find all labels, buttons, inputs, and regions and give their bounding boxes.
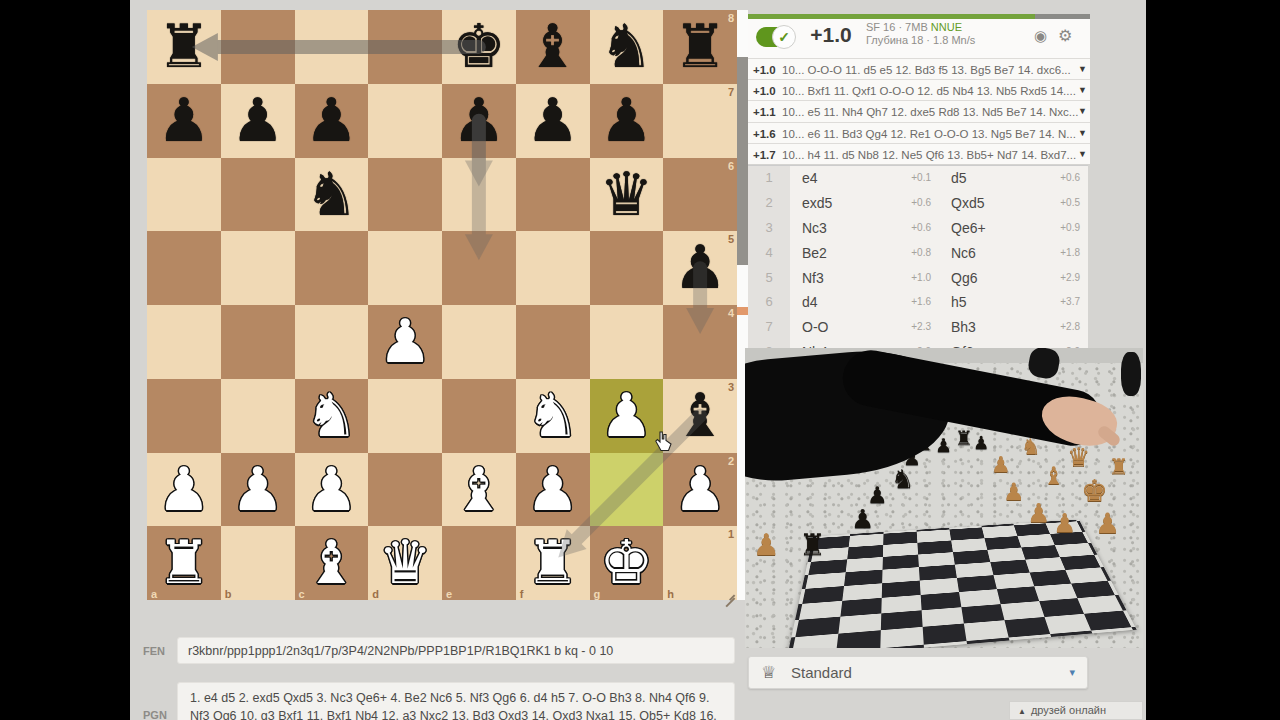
friends-online-bar[interactable]: ▲друзей онлайн <box>1009 701 1143 720</box>
board-square-e3[interactable] <box>442 379 516 453</box>
photo-wooden-piece: ♟ <box>1027 500 1050 526</box>
white-pawn-h2[interactable]: ♟ <box>663 453 737 527</box>
triangle-up-icon: ▲ <box>1018 707 1026 716</box>
fen-input[interactable] <box>177 637 735 664</box>
board-square-b2[interactable]: ♟ <box>221 453 295 527</box>
white-rook-f1[interactable]: ♜ <box>516 526 590 600</box>
board-square-f5[interactable] <box>516 231 590 305</box>
expand-icon[interactable]: ▼ <box>1078 123 1087 143</box>
black-knight-g8[interactable]: ♞ <box>590 10 664 84</box>
board-square-c2[interactable]: ♟ <box>295 453 369 527</box>
white-pawn-b2[interactable]: ♟ <box>221 453 295 527</box>
rank-label-2: 2 <box>728 455 734 467</box>
white-pawn-c2[interactable]: ♟ <box>295 453 369 527</box>
photo-wooden-piece: ♟ <box>753 530 780 560</box>
board-square-e6[interactable] <box>442 158 516 232</box>
line-eval: +1.7 <box>748 145 782 164</box>
black-pawn-c7[interactable]: ♟ <box>295 84 369 158</box>
board-square-g8[interactable]: ♞ <box>590 10 664 84</box>
board-square-a3[interactable] <box>147 379 221 453</box>
white-rook-a1[interactable]: ♜ <box>147 526 221 600</box>
board-square-f4[interactable] <box>516 305 590 379</box>
move-number: 6 <box>748 290 790 315</box>
black-pawn-h5[interactable]: ♟ <box>663 231 737 305</box>
board-square-a7[interactable]: ♟ <box>147 84 221 158</box>
rank-label-3: 3 <box>728 381 734 393</box>
board-square-f3[interactable]: ♞ <box>516 379 590 453</box>
board-square-e2[interactable]: ♝ <box>442 453 516 527</box>
engine-line-4[interactable]: +1.610... e6 11. Bd3 Qg4 12. Re1 O-O-O 1… <box>748 122 1090 143</box>
board-square-g5[interactable] <box>590 231 664 305</box>
variant-select[interactable]: ♕ Standard ▾ <box>748 656 1088 689</box>
board-square-f1[interactable]: ♜f <box>516 526 590 600</box>
black-move[interactable]: Qxd5+0.5 <box>939 191 1088 216</box>
board-square-b1[interactable]: b <box>221 526 295 600</box>
move-row-5: 5 Nf3+1.0 Qg6+2.9 <box>748 266 1088 291</box>
board-square-c1[interactable]: ♝c <box>295 526 369 600</box>
engine-eval: +1.0 <box>800 23 862 47</box>
photo-black-piece: ♜ <box>955 428 973 448</box>
engine-line-1[interactable]: +1.010... O-O-O 11. d5 e5 12. Bd3 f5 13.… <box>748 58 1090 79</box>
black-pawn-a7[interactable]: ♟ <box>147 84 221 158</box>
move-number: 7 <box>748 315 790 340</box>
board-square-c6[interactable]: ♞ <box>295 158 369 232</box>
board-square-h2[interactable]: ♟2 <box>663 453 737 527</box>
line-moves: 10... O-O-O 11. d5 e5 12. Bd3 f5 13. Bg5… <box>782 64 1071 76</box>
board-square-f7[interactable]: ♟ <box>516 84 590 158</box>
line-eval: +1.1 <box>748 102 782 121</box>
board-square-d2[interactable] <box>368 453 442 527</box>
engine-line-2[interactable]: +1.010... Bxf1 11. Qxf1 O-O-O 12. d5 Nb4… <box>748 79 1090 100</box>
photo-black-piece: ♜ <box>799 530 826 560</box>
board-square-d7[interactable] <box>368 84 442 158</box>
board-square-e4[interactable] <box>442 305 516 379</box>
move-number: 4 <box>748 241 790 266</box>
board-square-g2[interactable] <box>590 453 664 527</box>
line-moves: 10... h4 11. d5 Nb8 12. Ne5 Qf6 13. Bb5+… <box>782 149 1076 161</box>
focus-icon[interactable]: ◉ <box>1034 27 1047 45</box>
photo-wooden-piece: ♛ <box>1067 444 1090 470</box>
black-move[interactable]: Qg6+2.9 <box>939 266 1088 291</box>
board-square-a6[interactable] <box>147 158 221 232</box>
gear-icon[interactable]: ⚙ <box>1058 26 1072 45</box>
black-move[interactable]: h5+3.7 <box>939 290 1088 315</box>
file-label-d: d <box>372 588 379 600</box>
engine-depth: Глубина 18 · 1.8 Mn/s <box>866 34 975 47</box>
file-label-e: e <box>446 588 452 600</box>
page-content: ♜♚♝♞♜8♟♟♟♟♟♟7♞♛6♟5♟4♞♞♟♝3♟♟♟♝♟♟2♜ab♝c♛de… <box>130 0 1146 720</box>
white-pawn-f2[interactable]: ♟ <box>516 453 590 527</box>
board-square-h8[interactable]: ♜8 <box>663 10 737 84</box>
black-pawn-f7[interactable]: ♟ <box>516 84 590 158</box>
move-list: 1 e4+0.1 d5+0.62 exd5+0.6 Qxd5+0.53 Nc3+… <box>748 165 1088 365</box>
scrollbar-marker <box>737 307 748 315</box>
engine-info: SF 16 · 7MB NNUE Глубина 18 · 1.8 Mn/s <box>866 21 975 47</box>
board-square-f2[interactable]: ♟ <box>516 453 590 527</box>
board-square-d1[interactable]: ♛d <box>368 526 442 600</box>
white-knight-f3[interactable]: ♞ <box>516 379 590 453</box>
board-square-b6[interactable] <box>221 158 295 232</box>
rank-label-5: 5 <box>728 233 734 245</box>
line-eval: +1.6 <box>748 124 782 143</box>
scrollbar-thumb[interactable] <box>737 57 748 265</box>
move-row-7: 7 O-O+2.3 Bh3+2.8 <box>748 315 1088 340</box>
black-bishop-h3[interactable]: ♝ <box>663 379 737 453</box>
board-square-d5[interactable] <box>368 231 442 305</box>
chess-board[interactable]: ♜♚♝♞♜8♟♟♟♟♟♟7♞♛6♟5♟4♞♞♟♝3♟♟♟♝♟♟2♜ab♝c♛de… <box>147 10 737 600</box>
board-square-d3[interactable] <box>368 379 442 453</box>
line-eval: +1.0 <box>748 81 782 100</box>
black-pawn-g7[interactable]: ♟ <box>590 84 664 158</box>
photo-chessboard <box>787 520 1137 648</box>
move-row-1: 1 e4+0.1 d5+0.6 <box>748 166 1088 191</box>
board-square-b4[interactable] <box>221 305 295 379</box>
engine-line-3[interactable]: +1.110... e5 11. Nh4 Qh7 12. dxe5 Rd8 13… <box>748 100 1090 121</box>
board-square-g6[interactable]: ♛ <box>590 158 664 232</box>
file-label-b: b <box>225 588 232 600</box>
black-knight-c6[interactable]: ♞ <box>295 158 369 232</box>
engine-panel: ✓ +1.0 SF 16 · 7MB NNUE Глубина 18 · 1.8… <box>748 14 1090 58</box>
last-move-highlight <box>590 453 664 527</box>
board-square-a4[interactable] <box>147 305 221 379</box>
toggle-check-icon: ✓ <box>772 25 796 49</box>
black-pawn-b7[interactable]: ♟ <box>221 84 295 158</box>
board-square-e8[interactable]: ♚ <box>442 10 516 84</box>
board-square-h5[interactable]: ♟5 <box>663 231 737 305</box>
board-resize-handle[interactable] <box>723 586 735 598</box>
black-rook-a8[interactable]: ♜ <box>147 10 221 84</box>
black-pawn-e7[interactable]: ♟ <box>442 84 516 158</box>
photo-black-piece: ♟ <box>867 484 888 507</box>
move-number: 3 <box>748 216 790 241</box>
rank-label-8: 8 <box>728 12 734 24</box>
board-square-g7[interactable]: ♟ <box>590 84 664 158</box>
white-move[interactable]: e4+0.1 <box>790 166 939 191</box>
board-square-d4[interactable]: ♟ <box>368 305 442 379</box>
black-bishop-f8[interactable]: ♝ <box>516 10 590 84</box>
board-square-h3[interactable]: ♝3 <box>663 379 737 453</box>
friends-online-label: друзей онлайн <box>1031 704 1106 716</box>
board-square-c4[interactable] <box>295 305 369 379</box>
white-king-g1[interactable]: ♚ <box>590 526 664 600</box>
webcam-overlay: ♜♟♟♞♟♟♝♟♜♟♟♟♟♞♟♝♟♛♚♟♜♝ <box>745 348 1143 648</box>
photo-wooden-piece: ♟ <box>991 454 1011 476</box>
move-number: 5 <box>748 266 790 291</box>
line-moves: 10... e6 11. Bd3 Qg4 12. Re1 O-O-O 13. N… <box>782 128 1076 140</box>
hand-cursor-icon <box>653 430 673 454</box>
chevron-down-icon: ▾ <box>1069 666 1075 679</box>
board-square-h6[interactable]: 6 <box>663 158 737 232</box>
white-queen-d1[interactable]: ♛ <box>368 526 442 600</box>
photo-wooden-piece: ♚ <box>1081 476 1108 506</box>
crown-icon: ♕ <box>761 662 776 682</box>
file-label-h: h <box>667 588 674 600</box>
board-square-h4[interactable]: 4 <box>663 305 737 379</box>
pgn-label: PGN <box>143 709 167 720</box>
board-square-e7[interactable]: ♟ <box>442 84 516 158</box>
engine-line-5[interactable]: +1.710... h4 11. d5 Nb8 12. Ne5 Qf6 13. … <box>748 143 1090 164</box>
move-number: 2 <box>748 191 790 216</box>
board-square-d6[interactable] <box>368 158 442 232</box>
black-move[interactable]: Qe6++0.9 <box>939 216 1088 241</box>
file-label-g: g <box>594 588 601 600</box>
engine-name: SF 16 · 7MB <box>866 21 928 33</box>
board-square-c3[interactable]: ♞ <box>295 379 369 453</box>
black-move[interactable]: Nc6+1.8 <box>939 241 1088 266</box>
rank-label-4: 4 <box>728 307 734 319</box>
black-move[interactable]: Bh3+2.8 <box>939 315 1088 340</box>
photo-wooden-piece: ♜ <box>1109 456 1129 478</box>
board-square-a2[interactable]: ♟ <box>147 453 221 527</box>
board-square-b3[interactable] <box>221 379 295 453</box>
board-square-b5[interactable] <box>221 231 295 305</box>
expand-icon[interactable]: ▼ <box>1078 101 1087 121</box>
board-square-g1[interactable]: ♚g <box>590 526 664 600</box>
white-move[interactable]: d4+1.6 <box>790 290 939 315</box>
background-object <box>1121 352 1141 396</box>
board-square-c8[interactable] <box>295 10 369 84</box>
move-row-2: 2 exd5+0.6 Qxd5+0.5 <box>748 191 1088 216</box>
move-row-4: 4 Be2+0.8 Nc6+1.8 <box>748 241 1088 266</box>
line-moves: 10... e5 11. Nh4 Qh7 12. dxe5 Rd8 13. Nd… <box>782 106 1078 118</box>
board-square-h7[interactable]: 7 <box>663 84 737 158</box>
line-moves: 10... Bxf1 11. Qxf1 O-O-O 12. d5 Nb4 13.… <box>782 85 1076 97</box>
line-eval: +1.0 <box>748 60 782 79</box>
white-bishop-e2[interactable]: ♝ <box>442 453 516 527</box>
white-move[interactable]: Nc3+0.6 <box>790 216 939 241</box>
white-move[interactable]: O-O+2.3 <box>790 315 939 340</box>
board-square-a5[interactable] <box>147 231 221 305</box>
photo-black-piece: ♟ <box>851 506 874 532</box>
white-move[interactable]: exd5+0.6 <box>790 191 939 216</box>
black-king-e8[interactable]: ♚ <box>442 10 516 84</box>
engine-progress-bar <box>748 14 1090 19</box>
expand-icon[interactable]: ▼ <box>1078 80 1087 100</box>
background-object <box>1027 348 1062 380</box>
photo-black-piece: ♟ <box>973 434 989 452</box>
photo-wooden-piece: ♟ <box>1053 510 1076 536</box>
engine-toggle[interactable]: ✓ <box>756 27 794 47</box>
file-label-a: a <box>151 588 157 600</box>
board-square-f8[interactable]: ♝ <box>516 10 590 84</box>
board-square-a1[interactable]: ♜a <box>147 526 221 600</box>
expand-icon[interactable]: ▼ <box>1078 144 1087 164</box>
analysis-app: ♜♚♝♞♜8♟♟♟♟♟♟7♞♛6♟5♟4♞♞♟♝3♟♟♟♝♟♟2♜ab♝c♛de… <box>0 0 1280 720</box>
black-rook-h8[interactable]: ♜ <box>663 10 737 84</box>
board-square-e5[interactable] <box>442 231 516 305</box>
rank-label-6: 6 <box>728 160 734 172</box>
photo-wooden-piece: ♟ <box>1003 480 1025 504</box>
board-square-g4[interactable] <box>590 305 664 379</box>
photo-wooden-piece: ♟ <box>1095 510 1120 538</box>
board-square-c7[interactable]: ♟ <box>295 84 369 158</box>
white-pawn-d4[interactable]: ♟ <box>368 305 442 379</box>
file-label-f: f <box>520 588 524 600</box>
pgn-input[interactable]: 1. e4 d5 2. exd5 Qxd5 3. Nc3 Qe6+ 4. Be2… <box>177 682 735 720</box>
white-bishop-c1[interactable]: ♝ <box>295 526 369 600</box>
move-number: 1 <box>748 166 790 191</box>
rank-label-1: 1 <box>728 528 734 540</box>
white-move[interactable]: Be2+0.8 <box>790 241 939 266</box>
rank-label-7: 7 <box>728 86 734 98</box>
black-queen-g6[interactable]: ♛ <box>590 158 664 232</box>
board-square-a8[interactable]: ♜ <box>147 10 221 84</box>
white-pawn-a2[interactable]: ♟ <box>147 453 221 527</box>
fen-label: FEN <box>143 645 165 657</box>
engine-nnue-badge: NNUE <box>931 21 962 33</box>
board-grid[interactable]: ♜♚♝♞♜8♟♟♟♟♟♟7♞♛6♟5♟4♞♞♟♝3♟♟♟♝♟♟2♜ab♝c♛de… <box>147 10 737 600</box>
board-square-d8[interactable] <box>368 10 442 84</box>
move-row-3: 3 Nc3+0.6 Qe6++0.9 <box>748 216 1088 241</box>
board-square-b7[interactable]: ♟ <box>221 84 295 158</box>
move-row-6: 6 d4+1.6 h5+3.7 <box>748 290 1088 315</box>
engine-lines: +1.010... O-O-O 11. d5 e5 12. Bd3 f5 13.… <box>748 58 1090 164</box>
board-square-c5[interactable] <box>295 231 369 305</box>
variant-label: Standard <box>791 664 852 681</box>
board-square-e1[interactable]: e <box>442 526 516 600</box>
board-square-b8[interactable] <box>221 10 295 84</box>
black-move[interactable]: d5+0.6 <box>939 166 1088 191</box>
board-square-f6[interactable] <box>516 158 590 232</box>
white-knight-c3[interactable]: ♞ <box>295 379 369 453</box>
expand-icon[interactable]: ▼ <box>1078 59 1087 79</box>
white-move[interactable]: Nf3+1.0 <box>790 266 939 291</box>
file-label-c: c <box>299 588 305 600</box>
photo-wooden-piece: ♝ <box>1043 464 1065 488</box>
